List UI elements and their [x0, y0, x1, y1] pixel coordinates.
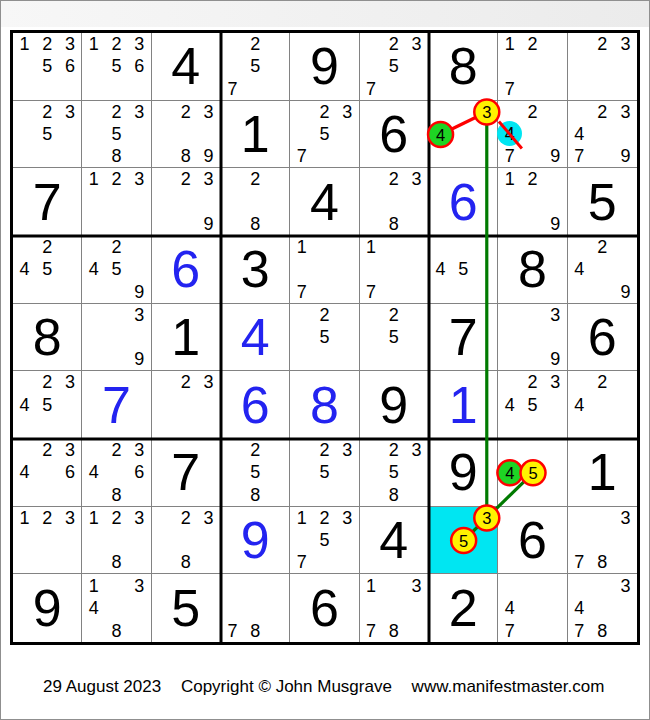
candidate-slot: [591, 55, 614, 77]
cell-r5c8[interactable]: 39: [498, 304, 567, 372]
cell-r5c1[interactable]: 8: [13, 304, 82, 372]
given-digit: 8: [33, 311, 62, 363]
cell-r4c2[interactable]: 2459: [82, 236, 151, 304]
candidate-grid: 239: [152, 168, 220, 235]
candidate-r1c4-2: 2: [244, 33, 267, 55]
cell-r3c7[interactable]: 6: [429, 168, 498, 236]
candidate-r3c6-2: 2: [382, 168, 405, 190]
candidate-slot: [82, 619, 105, 642]
cell-r2c6[interactable]: 6: [360, 101, 429, 169]
cell-r8c2[interactable]: 1238: [82, 507, 151, 575]
candidate-r8c1-3: 3: [59, 507, 82, 529]
candidate-slot: [614, 619, 637, 642]
cell-r7c2[interactable]: 23468: [82, 439, 151, 507]
candidate-slot: [614, 394, 637, 416]
candidate-r2c5-7: 7: [290, 145, 313, 167]
candidate-slot: [521, 191, 544, 213]
cell-r2c9[interactable]: 23479: [568, 101, 637, 169]
candidate-slot: [174, 123, 197, 145]
candidate-slot: [498, 326, 521, 348]
cell-r8c1[interactable]: 123: [13, 507, 82, 575]
candidate-slot: [591, 394, 614, 416]
cell-r5c5[interactable]: 25: [290, 304, 359, 372]
cell-r7c1[interactable]: 2346: [13, 439, 82, 507]
candidate-grid: 2358: [360, 439, 428, 506]
candidate-r7c5-3: 3: [336, 439, 359, 461]
candidate-slot: [498, 213, 521, 235]
cell-r5c7[interactable]: 7: [429, 304, 498, 372]
candidate-slot: [59, 394, 82, 416]
candidate-r9c2-8: 8: [105, 619, 128, 642]
candidate-grid: 249: [568, 236, 637, 303]
cell-r3c4[interactable]: 28: [221, 168, 290, 236]
cell-r6c8[interactable]: 2345: [498, 371, 567, 439]
cell-r5c2[interactable]: 39: [82, 304, 151, 372]
cell-r9c5[interactable]: 6: [290, 574, 359, 642]
candidate-slot: [267, 33, 290, 55]
candidate-slot: [360, 168, 383, 190]
cell-r9c2[interactable]: 1348: [82, 574, 151, 642]
footer-website[interactable]: www.manifestmaster.com: [412, 677, 605, 696]
candidate-r8c3-8: 8: [174, 551, 197, 573]
candidate-r2c8-4: 4: [498, 123, 521, 145]
candidate-slot: [475, 258, 498, 280]
cell-r7c8[interactable]: 45: [498, 439, 567, 507]
candidate-r5c2-9: 9: [128, 348, 151, 370]
cell-r8c4[interactable]: 9: [221, 507, 290, 575]
candidate-slot: [521, 348, 544, 370]
candidate-slot: [336, 123, 359, 145]
candidate-r3c6-8: 8: [382, 213, 405, 235]
candidate-r6c3-2: 2: [174, 371, 197, 393]
candidate-slot: [267, 77, 290, 99]
candidate-slot: [544, 191, 567, 213]
cell-r8c3[interactable]: 238: [152, 507, 221, 575]
cell-r1c1[interactable]: 12356: [13, 33, 82, 101]
candidate-slot: [244, 191, 267, 213]
candidate-slot: [521, 77, 544, 99]
candidate-slot: [152, 371, 175, 393]
candidate-r7c4-5: 5: [244, 461, 267, 483]
candidate-r8c5-2: 2: [313, 507, 336, 529]
cell-r7c5[interactable]: 235: [290, 439, 359, 507]
candidate-grid: 12356: [13, 33, 81, 100]
candidate-slot: [267, 574, 290, 597]
candidate-slot: [544, 326, 567, 348]
cell-r9c7[interactable]: 2: [429, 574, 498, 642]
candidate-slot: [152, 394, 175, 416]
given-digit: 9: [379, 379, 408, 431]
candidate-slot: [475, 529, 498, 551]
candidate-slot: [82, 191, 105, 213]
candidate-slot: [544, 123, 567, 145]
candidate-r2c2-3: 3: [128, 101, 151, 123]
candidate-r5c6-5: 5: [382, 326, 405, 348]
candidate-r7c2-2: 2: [105, 439, 128, 461]
cell-r2c1[interactable]: 235: [13, 101, 82, 169]
cell-r2c4[interactable]: 1: [221, 101, 290, 169]
candidate-slot: [128, 145, 151, 167]
cell-r7c7[interactable]: 9: [429, 439, 498, 507]
candidate-slot: [360, 304, 383, 326]
candidate-r2c7-3: 3: [475, 101, 498, 123]
cell-r1c5[interactable]: 9: [290, 33, 359, 101]
candidate-slot: [82, 101, 105, 123]
candidate-slot: [174, 394, 197, 416]
candidate-slot: [360, 461, 383, 483]
candidate-slot: [128, 191, 151, 213]
cell-r3c6[interactable]: 238: [360, 168, 429, 236]
candidate-slot: [521, 439, 544, 461]
candidate-slot: [382, 191, 405, 213]
candidate-grid: 238: [360, 168, 428, 235]
candidate-r8c9-7: 7: [568, 551, 591, 573]
cell-r1c9[interactable]: 23: [568, 33, 637, 101]
candidate-r1c1-6: 6: [59, 55, 82, 77]
candidate-r4c9-9: 9: [614, 280, 637, 302]
cell-r4c9[interactable]: 249: [568, 236, 637, 304]
candidate-grid: 78: [221, 574, 289, 642]
candidate-r5c8-9: 9: [544, 348, 567, 370]
candidate-r2c9-4: 4: [568, 123, 591, 145]
cell-r9c4[interactable]: 78: [221, 574, 290, 642]
cell-r2c7[interactable]: 34: [429, 101, 498, 169]
cell-r4c6[interactable]: 17: [360, 236, 429, 304]
candidate-slot: [174, 529, 197, 551]
candidate-slot: [568, 280, 591, 302]
footer: 29 August 2023 Copyright © John Musgrave…: [0, 677, 650, 697]
candidate-r8c1-2: 2: [36, 507, 59, 529]
candidate-slot: [568, 416, 591, 438]
candidate-slot: [244, 77, 267, 99]
candidate-slot: [614, 371, 637, 393]
candidate-slot: [105, 213, 128, 235]
candidate-r2c9-7: 7: [568, 145, 591, 167]
candidate-r1c1-5: 5: [36, 55, 59, 77]
candidate-r1c8-7: 7: [498, 77, 521, 99]
candidate-slot: [475, 236, 498, 258]
candidate-slot: [336, 280, 359, 302]
candidate-slot: [614, 529, 637, 551]
given-digit: 4: [310, 176, 339, 228]
cell-r2c2[interactable]: 2358: [82, 101, 151, 169]
candidate-r1c2-2: 2: [105, 33, 128, 55]
candidate-grid: 12357: [290, 507, 358, 574]
candidate-slot: [568, 574, 591, 597]
candidate-slot: [267, 168, 290, 190]
candidate-r2c3-8: 8: [174, 145, 197, 167]
candidate-r8c7-3: 3: [475, 507, 498, 529]
page: 1235612356425792357812723235235823891235…: [0, 0, 650, 720]
cell-r7c6[interactable]: 2358: [360, 439, 429, 507]
cell-r2c8[interactable]: 2479: [498, 101, 567, 169]
cell-r8c8[interactable]: 6: [498, 507, 567, 575]
cell-r2c3[interactable]: 2389: [152, 101, 221, 169]
cell-r4c8[interactable]: 8: [498, 236, 567, 304]
candidate-slot: [405, 258, 428, 280]
candidate-r2c3-3: 3: [197, 101, 220, 123]
candidate-grid: 17: [290, 236, 358, 303]
candidate-r1c4-5: 5: [244, 55, 267, 77]
candidate-grid: 35: [429, 507, 497, 574]
candidate-slot: [105, 597, 128, 620]
candidate-r4c2-5: 5: [105, 258, 128, 280]
candidate-slot: [360, 33, 383, 55]
cell-r8c6[interactable]: 4: [360, 507, 429, 575]
candidate-r8c9-3: 3: [614, 507, 637, 529]
candidate-slot: [521, 123, 544, 145]
candidate-slot: [360, 191, 383, 213]
cell-r4c4[interactable]: 3: [221, 236, 290, 304]
given-digit: 6: [310, 582, 339, 634]
cell-r6c1[interactable]: 2345: [13, 371, 82, 439]
solver-placed-digit: 4: [241, 311, 270, 363]
cell-r6c6[interactable]: 9: [360, 371, 429, 439]
candidate-r2c5-3: 3: [336, 101, 359, 123]
candidate-r5c6-2: 2: [382, 304, 405, 326]
cell-r7c4[interactable]: 258: [221, 439, 290, 507]
candidate-slot: [174, 416, 197, 438]
candidate-grid: 127: [498, 33, 566, 100]
candidate-slot: [498, 55, 521, 77]
candidate-slot: [105, 461, 128, 483]
candidate-slot: [475, 123, 498, 145]
cell-r4c3[interactable]: 6: [152, 236, 221, 304]
cell-r4c1[interactable]: 245: [13, 236, 82, 304]
candidate-grid: 1378: [360, 574, 428, 642]
candidate-slot: [82, 551, 105, 573]
candidate-grid: 1238: [82, 507, 150, 574]
candidate-slot: [59, 77, 82, 99]
candidate-grid: 2345: [13, 371, 81, 438]
candidate-r1c6-5: 5: [382, 55, 405, 77]
cell-r6c9[interactable]: 24: [568, 371, 637, 439]
candidate-slot: [591, 529, 614, 551]
solver-placed-digit: 1: [449, 379, 478, 431]
candidate-slot: [36, 280, 59, 302]
solver-placed-digit: 7: [102, 379, 131, 431]
candidate-slot: [82, 529, 105, 551]
cell-r3c5[interactable]: 4: [290, 168, 359, 236]
candidate-slot: [221, 168, 244, 190]
candidate-grid: 129: [498, 168, 566, 235]
candidate-slot: [452, 507, 475, 529]
candidate-r7c2-4: 4: [82, 461, 105, 483]
candidate-slot: [197, 416, 220, 438]
given-digit: 1: [171, 311, 200, 363]
candidate-r9c2-1: 1: [82, 574, 105, 597]
cell-r1c3[interactable]: 4: [152, 33, 221, 101]
cell-r9c1[interactable]: 9: [13, 574, 82, 642]
candidate-r2c5-2: 2: [313, 101, 336, 123]
candidate-r2c8-2: 2: [521, 101, 544, 123]
candidate-grid: 34: [429, 101, 497, 168]
candidate-slot: [221, 483, 244, 505]
candidate-slot: [405, 304, 428, 326]
cell-r5c9[interactable]: 6: [568, 304, 637, 372]
cell-r3c9[interactable]: 5: [568, 168, 637, 236]
candidate-slot: [544, 394, 567, 416]
candidate-slot: [59, 529, 82, 551]
candidate-r6c1-4: 4: [13, 394, 36, 416]
cell-r9c6[interactable]: 1378: [360, 574, 429, 642]
candidate-slot: [13, 416, 36, 438]
candidate-slot: [544, 619, 567, 642]
candidate-r4c2-2: 2: [105, 236, 128, 258]
candidate-grid: 123: [82, 168, 150, 235]
cell-r5c3[interactable]: 1: [152, 304, 221, 372]
candidate-slot: [267, 55, 290, 77]
candidate-slot: [174, 213, 197, 235]
candidate-r6c8-5: 5: [521, 394, 544, 416]
candidate-slot: [152, 101, 175, 123]
cell-r4c5[interactable]: 17: [290, 236, 359, 304]
cell-r3c3[interactable]: 239: [152, 168, 221, 236]
solver-placed-digit: 6: [449, 176, 478, 228]
cell-r7c3[interactable]: 7: [152, 439, 221, 507]
candidate-slot: [221, 55, 244, 77]
cell-r4c7[interactable]: 45: [429, 236, 498, 304]
cell-r6c7[interactable]: 1: [429, 371, 498, 439]
candidate-slot: [152, 507, 175, 529]
candidate-r9c9-3: 3: [614, 574, 637, 597]
cell-r5c6[interactable]: 25: [360, 304, 429, 372]
cell-r6c3[interactable]: 23: [152, 371, 221, 439]
candidate-r6c8-3: 3: [544, 371, 567, 393]
candidate-slot: [521, 574, 544, 597]
cell-r2c5[interactable]: 2357: [290, 101, 359, 169]
candidate-slot: [591, 145, 614, 167]
candidate-slot: [568, 236, 591, 258]
candidate-slot: [544, 77, 567, 99]
candidate-slot: [82, 145, 105, 167]
candidate-slot: [521, 326, 544, 348]
candidate-r2c9-3: 3: [614, 101, 637, 123]
candidate-r2c1-2: 2: [36, 101, 59, 123]
candidate-slot: [568, 77, 591, 99]
candidate-r3c2-1: 1: [82, 168, 105, 190]
candidate-grid: 45: [429, 236, 497, 303]
candidate-slot: [82, 236, 105, 258]
candidate-slot: [152, 213, 175, 235]
candidate-r7c2-8: 8: [105, 483, 128, 505]
candidate-slot: [475, 551, 498, 573]
candidate-slot: [452, 101, 475, 123]
candidate-grid: 238: [152, 507, 220, 574]
candidate-slot: [498, 371, 521, 393]
cell-r6c5[interactable]: 8: [290, 371, 359, 439]
candidate-slot: [614, 258, 637, 280]
cell-r7c9[interactable]: 1: [568, 439, 637, 507]
cell-r1c8[interactable]: 127: [498, 33, 567, 101]
cell-r1c7[interactable]: 8: [429, 33, 498, 101]
candidate-slot: [152, 123, 175, 145]
candidate-r7c1-4: 4: [13, 461, 36, 483]
candidate-slot: [614, 551, 637, 573]
candidate-slot: [405, 597, 428, 620]
candidate-slot: [544, 168, 567, 190]
cell-r3c8[interactable]: 129: [498, 168, 567, 236]
candidate-r1c2-6: 6: [128, 55, 151, 77]
candidate-slot: [591, 416, 614, 438]
candidate-slot: [290, 483, 313, 505]
candidate-grid: 47: [498, 574, 566, 642]
candidate-r7c4-8: 8: [244, 483, 267, 505]
cell-r1c2[interactable]: 12356: [82, 33, 151, 101]
candidate-r2c3-2: 2: [174, 101, 197, 123]
candidate-slot: [221, 597, 244, 620]
candidate-grid: 2357: [360, 33, 428, 100]
candidate-slot: [290, 439, 313, 461]
candidate-slot: [452, 236, 475, 258]
candidate-slot: [197, 191, 220, 213]
candidate-grid: 2479: [498, 101, 566, 168]
candidate-slot: [360, 439, 383, 461]
cell-r1c6[interactable]: 2357: [360, 33, 429, 101]
candidate-slot: [544, 55, 567, 77]
cell-r8c7[interactable]: 35: [429, 507, 498, 575]
cell-r3c2[interactable]: 123: [82, 168, 151, 236]
cell-r5c4[interactable]: 4: [221, 304, 290, 372]
candidate-slot: [59, 551, 82, 573]
candidate-r9c6-7: 7: [360, 619, 383, 642]
candidate-slot: [336, 483, 359, 505]
candidate-r1c8-2: 2: [521, 33, 544, 55]
candidate-slot: [267, 597, 290, 620]
candidate-r1c9-3: 3: [614, 33, 637, 55]
candidate-r3c4-8: 8: [244, 213, 267, 235]
candidate-slot: [405, 326, 428, 348]
cell-r9c8[interactable]: 47: [498, 574, 567, 642]
cell-r3c1[interactable]: 7: [13, 168, 82, 236]
candidate-slot: [521, 597, 544, 620]
candidate-slot: [498, 483, 521, 505]
top-band: [1, 1, 649, 27]
candidate-grid: 39: [82, 304, 150, 371]
candidate-r2c5-5: 5: [313, 123, 336, 145]
cell-r9c3[interactable]: 5: [152, 574, 221, 642]
cell-r1c4[interactable]: 257: [221, 33, 290, 101]
cell-r6c4[interactable]: 6: [221, 371, 290, 439]
cell-r8c5[interactable]: 12357: [290, 507, 359, 575]
candidate-r2c3-9: 9: [197, 145, 220, 167]
candidate-slot: [82, 123, 105, 145]
candidate-grid: 25: [290, 304, 358, 371]
solver-placed-digit: 9: [241, 514, 270, 566]
candidate-slot: [382, 348, 405, 370]
candidate-r6c1-5: 5: [36, 394, 59, 416]
candidate-slot: [128, 326, 151, 348]
candidate-grid: 17: [360, 236, 428, 303]
candidate-slot: [429, 101, 452, 123]
candidate-slot: [452, 145, 475, 167]
cell-r8c9[interactable]: 378: [568, 507, 637, 575]
cell-r6c2[interactable]: 7: [82, 371, 151, 439]
candidate-r2c2-5: 5: [105, 123, 128, 145]
candidate-grid: 2358: [82, 101, 150, 168]
candidate-r8c3-3: 3: [197, 507, 220, 529]
candidate-slot: [105, 529, 128, 551]
candidate-slot: [614, 416, 637, 438]
given-digit: 6: [588, 311, 617, 363]
candidate-slot: [290, 348, 313, 370]
given-digit: 3: [241, 243, 270, 295]
cell-r9c9[interactable]: 3478: [568, 574, 637, 642]
candidate-r7c6-3: 3: [405, 439, 428, 461]
candidate-r3c8-1: 1: [498, 168, 521, 190]
candidate-slot: [591, 77, 614, 99]
candidate-slot: [452, 123, 475, 145]
